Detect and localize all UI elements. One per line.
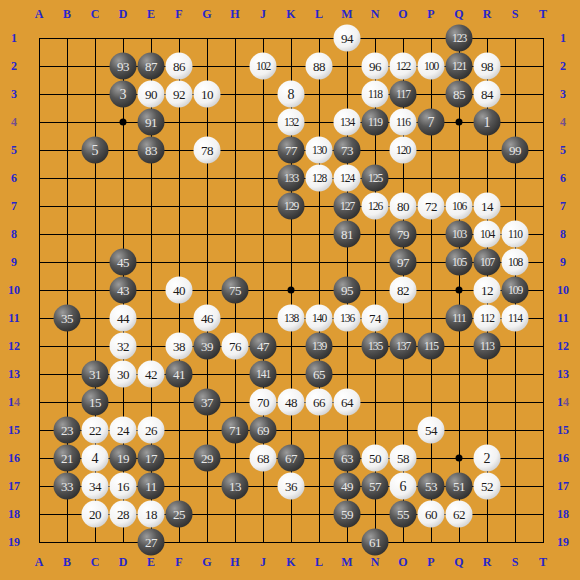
column-label-top-T: T: [539, 7, 547, 22]
column-label-top-R: R: [483, 7, 492, 22]
move-number: 46: [201, 312, 213, 325]
stone-black-1-R4[interactable]: 1: [474, 109, 501, 136]
stone-black-63-M16[interactable]: 63: [334, 445, 361, 472]
column-label-top-A: A: [35, 7, 44, 22]
row-label-right-16: 16: [557, 451, 569, 466]
row-label-left-9: 9: [11, 255, 17, 270]
stone-black-73-M5[interactable]: 73: [334, 137, 361, 164]
column-label-top-C: C: [91, 7, 100, 22]
stone-black-141-J13[interactable]: 141: [250, 361, 277, 388]
stone-white-100-P2[interactable]: 100: [418, 53, 445, 80]
stone-white-114-S11[interactable]: 114: [502, 305, 529, 332]
label-char: 1: [14, 311, 20, 325]
stone-white-44-D11[interactable]: 44: [110, 305, 137, 332]
stone-black-103-Q8[interactable]: 103: [446, 221, 473, 248]
stone-black-3-D3[interactable]: 3: [110, 81, 137, 108]
stone-white-52-R17[interactable]: 52: [474, 473, 501, 500]
label-char: 6: [11, 171, 17, 185]
stone-black-79-O8[interactable]: 79: [390, 221, 417, 248]
stone-black-125-N6[interactable]: 125: [362, 165, 389, 192]
label-char: H: [230, 555, 239, 569]
move-number: 45: [117, 256, 129, 269]
stone-white-132-K4[interactable]: 132: [278, 109, 305, 136]
move-number: 17: [145, 452, 157, 465]
label-char: D: [119, 7, 128, 21]
row-label-left-6: 6: [11, 171, 17, 186]
stone-white-94-M1[interactable]: 94: [334, 25, 361, 52]
stone-black-65-L13[interactable]: 65: [306, 361, 333, 388]
stone-black-21-B16[interactable]: 21: [54, 445, 81, 472]
stone-black-111-Q11[interactable]: 111: [446, 305, 473, 332]
stone-black-137-O12[interactable]: 137: [390, 333, 417, 360]
move-number: 24: [117, 424, 129, 437]
move-number: 128: [312, 172, 326, 184]
column-label-bottom-J: J: [260, 555, 266, 570]
go-board[interactable]: AABBCCDDEEFFGGHHJJKKLLMMNNOOPPQQRRSSTT11…: [0, 0, 580, 580]
stone-white-80-O7[interactable]: 80: [390, 193, 417, 220]
stone-white-124-M6[interactable]: 124: [334, 165, 361, 192]
label-char: 8: [563, 507, 569, 521]
label-char: 6: [560, 171, 566, 185]
label-char: Q: [454, 555, 463, 569]
stone-black-71-H15[interactable]: 71: [222, 417, 249, 444]
stone-black-95-M10[interactable]: 95: [334, 277, 361, 304]
row-label-left-17: 17: [8, 479, 20, 494]
move-number: 16: [117, 480, 129, 493]
move-number: 31: [89, 368, 101, 381]
label-char: 2: [14, 339, 20, 353]
move-number: 3: [120, 87, 127, 101]
row-label-left-5: 5: [11, 143, 17, 158]
label-char: G: [202, 555, 211, 569]
row-label-left-19: 19: [8, 535, 20, 550]
stone-white-58-O16[interactable]: 58: [390, 445, 417, 472]
label-char: B: [63, 7, 71, 21]
move-number: 64: [341, 396, 353, 409]
stone-black-61-N19[interactable]: 61: [362, 529, 389, 556]
move-number: 26: [145, 424, 157, 437]
stone-black-45-D9[interactable]: 45: [110, 249, 137, 276]
stone-white-66-L14[interactable]: 66: [306, 389, 333, 416]
label-char: 0: [14, 283, 20, 297]
stone-white-82-O10[interactable]: 82: [390, 277, 417, 304]
move-number: 66: [313, 396, 325, 409]
column-label-top-F: F: [175, 7, 182, 22]
row-label-left-1: 1: [11, 31, 17, 46]
stone-white-20-C18[interactable]: 20: [82, 501, 109, 528]
stone-white-38-F12[interactable]: 38: [166, 333, 193, 360]
label-char: 5: [11, 143, 17, 157]
label-char: O: [398, 7, 407, 21]
stone-black-81-M8[interactable]: 81: [334, 221, 361, 248]
stone-white-12-R10[interactable]: 12: [474, 277, 501, 304]
move-number: 34: [89, 480, 101, 493]
stone-black-91-E4[interactable]: 91: [138, 109, 165, 136]
stone-black-17-E16[interactable]: 17: [138, 445, 165, 472]
stone-black-85-Q3[interactable]: 85: [446, 81, 473, 108]
stone-black-37-G14[interactable]: 37: [194, 389, 221, 416]
move-number: 47: [257, 340, 269, 353]
stone-black-117-O3[interactable]: 117: [390, 81, 417, 108]
stone-white-54-P15[interactable]: 54: [418, 417, 445, 444]
row-label-left-11: 11: [8, 311, 19, 326]
column-label-top-O: O: [398, 7, 407, 22]
stone-black-55-O18[interactable]: 55: [390, 501, 417, 528]
move-number: 141: [256, 368, 270, 380]
stone-black-119-N4[interactable]: 119: [362, 109, 389, 136]
grid-hline-19: [39, 542, 544, 543]
label-char: C: [91, 555, 100, 569]
stone-black-135-N12[interactable]: 135: [362, 333, 389, 360]
row-label-left-3: 3: [11, 87, 17, 102]
stone-white-74-N11[interactable]: 74: [362, 305, 389, 332]
star-point-Q16: [456, 455, 463, 462]
move-number: 97: [397, 256, 409, 269]
move-number: 78: [201, 144, 213, 157]
stone-black-75-H10[interactable]: 75: [222, 277, 249, 304]
stone-black-13-H17[interactable]: 13: [222, 473, 249, 500]
stone-white-28-D18[interactable]: 28: [110, 501, 137, 528]
move-number: 83: [145, 144, 157, 157]
stone-white-16-D17[interactable]: 16: [110, 473, 137, 500]
stone-black-97-O9[interactable]: 97: [390, 249, 417, 276]
stone-black-33-B17[interactable]: 33: [54, 473, 81, 500]
label-char: 1: [11, 31, 17, 45]
stone-black-77-K5[interactable]: 77: [278, 137, 305, 164]
move-number: 58: [397, 452, 409, 465]
move-number: 133: [284, 172, 298, 184]
stone-white-128-L6[interactable]: 128: [306, 165, 333, 192]
label-char: R: [483, 555, 492, 569]
move-number: 69: [257, 424, 269, 437]
stone-black-107-R9[interactable]: 107: [474, 249, 501, 276]
stone-white-2-R16[interactable]: 2: [474, 445, 501, 472]
move-number: 40: [173, 284, 185, 297]
move-number: 116: [396, 116, 410, 128]
stone-white-22-C15[interactable]: 22: [82, 417, 109, 444]
move-number: 11: [145, 480, 157, 493]
stone-black-129-K7[interactable]: 129: [278, 193, 305, 220]
column-label-bottom-D: D: [119, 555, 128, 570]
stone-black-29-G16[interactable]: 29: [194, 445, 221, 472]
move-number: 72: [425, 200, 437, 213]
column-label-bottom-T: T: [539, 555, 547, 570]
stone-white-8-K3[interactable]: 8: [278, 81, 305, 108]
stone-white-6-O17[interactable]: 6: [390, 473, 417, 500]
column-label-bottom-K: K: [286, 555, 295, 570]
column-label-top-Q: Q: [454, 7, 463, 22]
label-char: 0: [563, 283, 569, 297]
stone-black-7-P4[interactable]: 7: [418, 109, 445, 136]
stone-white-120-O5[interactable]: 120: [390, 137, 417, 164]
move-number: 71: [229, 424, 241, 437]
label-char: T: [539, 555, 547, 569]
column-label-bottom-G: G: [202, 555, 211, 570]
column-label-bottom-M: M: [341, 555, 352, 570]
stone-white-46-G11[interactable]: 46: [194, 305, 221, 332]
move-number: 15: [89, 396, 101, 409]
stone-white-112-R11[interactable]: 112: [474, 305, 501, 332]
label-char: 2: [563, 339, 569, 353]
stone-white-98-R2[interactable]: 98: [474, 53, 501, 80]
label-char: M: [341, 555, 352, 569]
move-number: 110: [508, 228, 522, 240]
row-label-left-18: 18: [8, 507, 20, 522]
move-number: 126: [368, 200, 382, 212]
move-number: 125: [368, 172, 382, 184]
stone-white-136-M11[interactable]: 136: [334, 305, 361, 332]
stone-black-31-C13[interactable]: 31: [82, 361, 109, 388]
column-label-top-S: S: [512, 7, 519, 22]
move-number: 62: [453, 508, 465, 521]
move-number: 122: [396, 60, 410, 72]
move-number: 114: [508, 312, 522, 324]
stone-black-35-B11[interactable]: 35: [54, 305, 81, 332]
stone-white-140-L11[interactable]: 140: [306, 305, 333, 332]
stone-white-76-H12[interactable]: 76: [222, 333, 249, 360]
stone-black-39-G12[interactable]: 39: [194, 333, 221, 360]
stone-black-109-S10[interactable]: 109: [502, 277, 529, 304]
label-char: M: [341, 7, 352, 21]
stone-black-121-Q2[interactable]: 121: [446, 53, 473, 80]
stone-white-78-G5[interactable]: 78: [194, 137, 221, 164]
stone-black-43-D10[interactable]: 43: [110, 277, 137, 304]
label-char: C: [91, 7, 100, 21]
move-number: 12: [481, 284, 493, 297]
stone-black-133-K6[interactable]: 133: [278, 165, 305, 192]
label-char: 8: [560, 227, 566, 241]
stone-white-138-K11[interactable]: 138: [278, 305, 305, 332]
label-char: 3: [560, 87, 566, 101]
column-label-top-N: N: [371, 7, 380, 22]
move-number: 61: [369, 536, 381, 549]
stone-white-88-L2[interactable]: 88: [306, 53, 333, 80]
stone-white-70-J14[interactable]: 70: [250, 389, 277, 416]
move-number: 84: [481, 88, 493, 101]
row-label-right-15: 15: [557, 423, 569, 438]
stone-black-113-R12[interactable]: 113: [474, 333, 501, 360]
label-char: J: [260, 7, 266, 21]
column-label-bottom-P: P: [427, 555, 434, 570]
move-number: 137: [396, 340, 410, 352]
stone-white-92-F3[interactable]: 92: [166, 81, 193, 108]
row-label-left-16: 16: [8, 451, 20, 466]
move-number: 108: [508, 256, 522, 268]
stone-black-53-P17[interactable]: 53: [418, 473, 445, 500]
column-label-top-B: B: [63, 7, 71, 22]
stone-white-60-P18[interactable]: 60: [418, 501, 445, 528]
label-char: E: [147, 7, 155, 21]
stone-white-50-N16[interactable]: 50: [362, 445, 389, 472]
stone-white-90-E3[interactable]: 90: [138, 81, 165, 108]
stone-black-15-C14[interactable]: 15: [82, 389, 109, 416]
column-label-top-E: E: [147, 7, 155, 22]
label-char: 4: [14, 395, 20, 409]
move-number: 7: [428, 115, 435, 129]
label-char: 9: [560, 255, 566, 269]
move-number: 88: [313, 60, 325, 73]
move-number: 113: [480, 340, 494, 352]
stone-black-139-L12[interactable]: 139: [306, 333, 333, 360]
stone-black-115-P12[interactable]: 115: [418, 333, 445, 360]
column-label-top-K: K: [286, 7, 295, 22]
stone-white-130-L5[interactable]: 130: [306, 137, 333, 164]
move-number: 107: [480, 256, 494, 268]
stone-white-62-Q18[interactable]: 62: [446, 501, 473, 528]
stone-white-34-C17[interactable]: 34: [82, 473, 109, 500]
move-number: 98: [481, 60, 493, 73]
stone-white-86-F2[interactable]: 86: [166, 53, 193, 80]
stone-white-118-N3[interactable]: 118: [362, 81, 389, 108]
stone-black-105-Q9[interactable]: 105: [446, 249, 473, 276]
label-char: 6: [563, 451, 569, 465]
move-number: 90: [145, 88, 157, 101]
stone-white-84-R3[interactable]: 84: [474, 81, 501, 108]
stone-black-27-E19[interactable]: 27: [138, 529, 165, 556]
label-char: T: [539, 7, 547, 21]
move-number: 51: [453, 480, 465, 493]
move-number: 60: [425, 508, 437, 521]
label-char: D: [119, 555, 128, 569]
move-number: 5: [92, 143, 99, 157]
stone-black-99-S5[interactable]: 99: [502, 137, 529, 164]
stone-white-10-G3[interactable]: 10: [194, 81, 221, 108]
stone-white-102-J2[interactable]: 102: [250, 53, 277, 80]
stone-white-42-E13[interactable]: 42: [138, 361, 165, 388]
move-number: 139: [312, 340, 326, 352]
label-char: 4: [563, 395, 569, 409]
move-number: 25: [173, 508, 185, 521]
stone-black-25-F18[interactable]: 25: [166, 501, 193, 528]
stone-black-69-J15[interactable]: 69: [250, 417, 277, 444]
label-char: 3: [14, 367, 20, 381]
label-char: 4: [11, 115, 17, 129]
label-char: H: [230, 7, 239, 21]
move-number: 79: [397, 228, 409, 241]
stone-white-64-M14[interactable]: 64: [334, 389, 361, 416]
move-number: 33: [61, 480, 73, 493]
stone-black-49-M17[interactable]: 49: [334, 473, 361, 500]
move-number: 130: [312, 144, 326, 156]
stone-white-26-E15[interactable]: 26: [138, 417, 165, 444]
stone-white-96-N2[interactable]: 96: [362, 53, 389, 80]
move-number: 85: [453, 88, 465, 101]
move-number: 19: [117, 452, 129, 465]
stone-white-14-R7[interactable]: 14: [474, 193, 501, 220]
move-number: 48: [285, 396, 297, 409]
label-char: K: [286, 7, 295, 21]
stone-white-48-K14[interactable]: 48: [278, 389, 305, 416]
stone-black-87-E2[interactable]: 87: [138, 53, 165, 80]
stone-black-19-D16[interactable]: 19: [110, 445, 137, 472]
move-number: 102: [256, 60, 270, 72]
stone-white-40-F10[interactable]: 40: [166, 277, 193, 304]
move-number: 44: [117, 312, 129, 325]
label-char: 1: [560, 31, 566, 45]
row-label-right-3: 3: [560, 87, 566, 102]
stone-white-110-S8[interactable]: 110: [502, 221, 529, 248]
move-number: 134: [340, 116, 354, 128]
row-label-left-15: 15: [8, 423, 20, 438]
row-label-right-18: 18: [557, 507, 569, 522]
stone-black-57-N17[interactable]: 57: [362, 473, 389, 500]
star-point-D4: [120, 119, 127, 126]
stone-white-30-D13[interactable]: 30: [110, 361, 137, 388]
stone-white-4-C16[interactable]: 4: [82, 445, 109, 472]
stone-white-32-D12[interactable]: 32: [110, 333, 137, 360]
move-number: 49: [341, 480, 353, 493]
stone-black-93-D2[interactable]: 93: [110, 53, 137, 80]
stone-white-106-Q7[interactable]: 106: [446, 193, 473, 220]
move-number: 32: [117, 340, 129, 353]
move-number: 118: [368, 88, 382, 100]
column-label-bottom-C: C: [91, 555, 100, 570]
stone-white-126-N7[interactable]: 126: [362, 193, 389, 220]
stone-white-36-K17[interactable]: 36: [278, 473, 305, 500]
move-number: 104: [480, 228, 494, 240]
label-char: 6: [14, 451, 20, 465]
stone-black-83-E5[interactable]: 83: [138, 137, 165, 164]
stone-white-68-J16[interactable]: 68: [250, 445, 277, 472]
move-number: 54: [425, 424, 437, 437]
move-number: 124: [340, 172, 354, 184]
star-point-Q4: [456, 119, 463, 126]
label-char: 9: [14, 535, 20, 549]
row-label-left-8: 8: [11, 227, 17, 242]
row-label-right-13: 13: [557, 367, 569, 382]
stone-black-41-F13[interactable]: 41: [166, 361, 193, 388]
stone-black-51-Q17[interactable]: 51: [446, 473, 473, 500]
column-label-top-D: D: [119, 7, 128, 22]
stone-black-59-M18[interactable]: 59: [334, 501, 361, 528]
row-label-left-2: 2: [11, 59, 17, 74]
move-number: 112: [480, 312, 494, 324]
row-label-left-7: 7: [11, 199, 17, 214]
label-char: F: [175, 7, 182, 21]
move-number: 37: [201, 396, 213, 409]
stone-white-72-P7[interactable]: 72: [418, 193, 445, 220]
stone-black-47-J12[interactable]: 47: [250, 333, 277, 360]
stone-black-23-B15[interactable]: 23: [54, 417, 81, 444]
move-number: 65: [313, 368, 325, 381]
stone-white-108-S9[interactable]: 108: [502, 249, 529, 276]
stone-black-123-Q1[interactable]: 123: [446, 25, 473, 52]
stone-black-5-C5[interactable]: 5: [82, 137, 109, 164]
stone-white-24-D15[interactable]: 24: [110, 417, 137, 444]
move-number: 119: [368, 116, 382, 128]
move-number: 53: [425, 480, 437, 493]
label-char: B: [63, 555, 71, 569]
move-number: 100: [424, 60, 438, 72]
row-label-right-7: 7: [560, 199, 566, 214]
stone-white-104-R8[interactable]: 104: [474, 221, 501, 248]
move-number: 76: [229, 340, 241, 353]
column-label-bottom-A: A: [35, 555, 44, 570]
label-char: 7: [11, 199, 17, 213]
stone-white-122-O2[interactable]: 122: [390, 53, 417, 80]
move-number: 129: [284, 200, 298, 212]
stone-white-18-E18[interactable]: 18: [138, 501, 165, 528]
stone-white-116-O4[interactable]: 116: [390, 109, 417, 136]
stone-black-67-K16[interactable]: 67: [278, 445, 305, 472]
label-char: 7: [560, 199, 566, 213]
stone-white-134-M4[interactable]: 134: [334, 109, 361, 136]
stone-black-127-M7[interactable]: 127: [334, 193, 361, 220]
column-label-bottom-R: R: [483, 555, 492, 570]
stone-black-11-E17[interactable]: 11: [138, 473, 165, 500]
column-label-top-H: H: [230, 7, 239, 22]
move-number: 10: [201, 88, 213, 101]
